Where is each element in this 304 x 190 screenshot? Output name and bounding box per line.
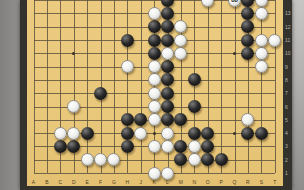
go-stone-black <box>188 127 201 140</box>
go-stone-white <box>121 60 134 73</box>
row-label: 7 <box>285 90 288 96</box>
go-stone-black <box>148 20 161 33</box>
go-stone-black <box>201 127 214 140</box>
go-stone-black <box>121 127 134 140</box>
column-label: R <box>246 179 250 185</box>
row-label: 3 <box>285 143 288 149</box>
go-stone-black <box>161 34 174 47</box>
row-label: 8 <box>285 77 288 83</box>
row-label: 10 <box>285 50 291 56</box>
star-point <box>233 52 236 55</box>
go-stone-white <box>255 47 268 60</box>
go-stone-white <box>161 127 174 140</box>
column-label: P <box>219 179 222 185</box>
row-label: 9 <box>285 64 288 70</box>
star-point <box>72 52 75 55</box>
go-stone-white <box>67 127 80 140</box>
go-stone-white <box>255 7 268 20</box>
go-stone-white <box>148 100 161 113</box>
go-stone-white <box>188 153 201 166</box>
go-stone-white <box>188 140 201 153</box>
go-stone-black <box>241 127 254 140</box>
move-number-label: 80 <box>231 0 238 3</box>
column-label: D <box>72 179 76 185</box>
go-stone-black <box>161 87 174 100</box>
column-label: O <box>206 179 210 185</box>
go-stone-black <box>161 7 174 20</box>
grid-line-vertical <box>275 0 276 173</box>
column-label: B <box>45 179 48 185</box>
go-stone-white <box>148 113 161 126</box>
row-label: 6 <box>285 104 288 110</box>
go-stone-white <box>161 167 174 180</box>
go-stone-white <box>161 140 174 153</box>
go-stone-black <box>215 153 228 166</box>
go-stone-black <box>241 34 254 47</box>
column-label: F <box>99 179 102 185</box>
go-stone-white <box>255 34 268 47</box>
go-stone-white <box>81 153 94 166</box>
column-label: E <box>85 179 88 185</box>
go-stone-black <box>148 34 161 47</box>
star-point <box>233 132 236 135</box>
go-stone-black <box>81 127 94 140</box>
column-label: M <box>179 179 183 185</box>
row-label: 13 <box>285 10 291 16</box>
go-stone-black <box>121 34 134 47</box>
row-label: 11 <box>285 37 290 43</box>
go-stone-black <box>54 140 67 153</box>
column-label: N <box>192 179 196 185</box>
go-stone-black <box>161 60 174 73</box>
go-stone-white <box>148 7 161 20</box>
column-label: T <box>273 179 276 185</box>
go-stone-white <box>268 34 281 47</box>
go-stone-white <box>54 127 67 140</box>
column-label: K <box>152 179 155 185</box>
column-label: C <box>58 179 62 185</box>
go-stone-white <box>161 47 174 60</box>
go-stone-white <box>148 73 161 86</box>
go-stone-white <box>134 127 147 140</box>
go-stone-black <box>201 140 214 153</box>
column-label: H <box>125 179 129 185</box>
row-label: 2 <box>285 157 288 163</box>
go-stone-white <box>255 60 268 73</box>
go-stone-white <box>148 87 161 100</box>
row-label: 12 <box>285 24 291 30</box>
column-label: Q <box>233 179 237 185</box>
column-label: J <box>139 179 142 185</box>
row-label: 1 <box>285 170 288 176</box>
row-label: 5 <box>285 117 288 123</box>
go-stone-black <box>94 87 107 100</box>
row-label: 4 <box>285 130 288 136</box>
background-right <box>290 0 304 190</box>
go-stone-black <box>148 47 161 60</box>
screenshot-stage: ABCDEFGHJKLMNOPQRST 13121110987654321 80 <box>0 0 304 190</box>
go-stone-white <box>148 60 161 73</box>
go-stone-black <box>188 100 201 113</box>
go-stone-black <box>121 140 134 153</box>
go-stone-white <box>148 167 161 180</box>
star-point <box>153 132 156 135</box>
grid-line-horizontal <box>34 160 275 161</box>
go-stone-black <box>67 140 80 153</box>
go-stone-black <box>255 127 268 140</box>
go-stone-white <box>148 140 161 153</box>
column-label: A <box>32 179 35 185</box>
column-label: G <box>112 179 116 185</box>
column-label: L <box>166 179 169 185</box>
go-stone-white <box>174 34 187 47</box>
go-stone-black <box>161 100 174 113</box>
column-label: S <box>260 179 263 185</box>
